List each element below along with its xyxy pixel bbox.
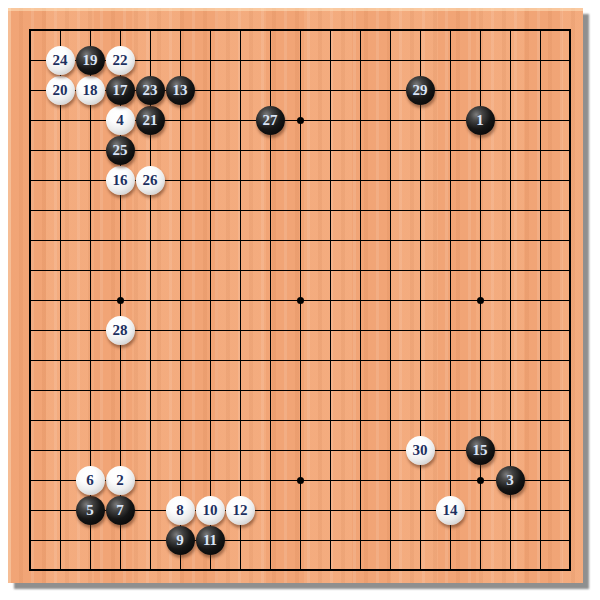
goban[interactable] (8, 8, 583, 583)
go-diagram: 1234567891011121314151617181920212223242… (0, 0, 600, 600)
